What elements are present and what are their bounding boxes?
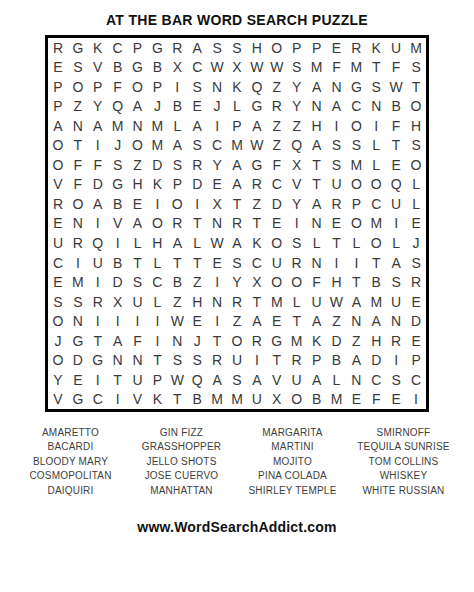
grid-cell-r3c17: S [366, 77, 386, 97]
grid-cell-r17c2: D [68, 350, 88, 370]
grid-cell-r2c11: W [247, 58, 267, 78]
grid-cell-r1c6: G [147, 38, 167, 58]
grid-cell-r4c10: L [227, 97, 247, 117]
grid-cell-r7c10: A [227, 155, 247, 175]
grid-cell-r2c4: B [108, 58, 128, 78]
grid-cell-r7c3: F [88, 155, 108, 175]
grid-cell-r13c5: S [128, 272, 148, 292]
grid-cell-r6c17: L [366, 136, 386, 156]
grid-cell-r11c12: O [267, 233, 287, 253]
grid-cell-r3c6: P [147, 77, 167, 97]
grid-cell-r14c19: E [406, 292, 426, 312]
grid-cell-r11c14: L [307, 233, 327, 253]
word-item: JOSE CUERVO [126, 469, 237, 483]
grid-cell-r19c6: K [147, 389, 167, 409]
grid-cell-r5c10: P [227, 116, 247, 136]
grid-cell-r14c5: U [128, 292, 148, 312]
grid-cell-r7c19: O [406, 155, 426, 175]
grid-cell-r2c2: S [68, 58, 88, 78]
grid-cell-r11c5: L [128, 233, 148, 253]
grid-cell-r5c17: I [366, 116, 386, 136]
grid-cell-r17c17: D [366, 350, 386, 370]
grid-cell-r5c6: M [147, 116, 167, 136]
grid-cell-r9c18: U [386, 194, 406, 214]
grid-cell-r15c6: I [147, 311, 167, 331]
grid-cell-r12c9: E [207, 253, 227, 273]
grid-cell-r11c16: L [346, 233, 366, 253]
grid-cell-r3c4: F [108, 77, 128, 97]
grid-cell-r7c17: L [366, 155, 386, 175]
grid-cell-r1c9: S [207, 38, 227, 58]
grid-cell-r12c7: T [167, 253, 187, 273]
grid-cell-r18c13: U [287, 370, 307, 390]
grid-cell-r10c6: O [147, 214, 167, 234]
grid-cell-r3c18: W [386, 77, 406, 97]
grid-cell-r18c17: C [366, 370, 386, 390]
grid-cell-r7c14: T [307, 155, 327, 175]
grid-cell-r19c11: U [247, 389, 267, 409]
grid-cell-r13c6: C [147, 272, 167, 292]
grid-cell-r16c6: I [147, 331, 167, 351]
grid-cell-r13c3: I [88, 272, 108, 292]
grid-cell-r18c11: A [247, 370, 267, 390]
grid-cell-r2c7: X [167, 58, 187, 78]
grid-cell-r1c17: K [366, 38, 386, 58]
grid-cell-r9c2: O [68, 194, 88, 214]
grid-cell-r19c13: O [287, 389, 307, 409]
grid-cell-r10c17: M [366, 214, 386, 234]
grid-cell-r10c18: I [386, 214, 406, 234]
grid-cell-r9c9: X [207, 194, 227, 214]
grid-cell-r7c2: F [68, 155, 88, 175]
grid-cell-r9c13: Y [287, 194, 307, 214]
grid-cell-r13c4: D [108, 272, 128, 292]
grid-cell-r13c9: I [207, 272, 227, 292]
grid-cell-r11c6: H [147, 233, 167, 253]
grid-cell-r18c18: S [386, 370, 406, 390]
grid-cell-r16c18: R [386, 331, 406, 351]
grid-cell-r5c12: Z [267, 116, 287, 136]
grid-cell-r8c2: F [68, 175, 88, 195]
grid-cell-r3c2: O [68, 77, 88, 97]
grid-cell-r18c5: U [128, 370, 148, 390]
grid-cell-r19c3: C [88, 389, 108, 409]
grid-cell-r15c12: E [267, 311, 287, 331]
grid-cell-r15c3: I [88, 311, 108, 331]
word-list-column-4: SMIRNOFFTEQUILA SUNRISETOM COLLINSWHISKE… [348, 426, 459, 498]
grid-cell-r3c13: Y [287, 77, 307, 97]
grid-cell-r19c7: T [167, 389, 187, 409]
grid-cell-r8c8: D [187, 175, 207, 195]
grid-cell-r16c12: G [267, 331, 287, 351]
grid-cell-r13c14: F [307, 272, 327, 292]
grid-cell-r2c15: F [327, 58, 347, 78]
grid-cell-r15c10: Z [227, 311, 247, 331]
grid-cell-r13c19: R [406, 272, 426, 292]
grid-cell-r5c13: Z [287, 116, 307, 136]
grid-cell-r5c15: I [327, 116, 347, 136]
grid-cell-r9c6: I [147, 194, 167, 214]
grid-cell-r15c19: D [406, 311, 426, 331]
grid-cell-r11c19: J [406, 233, 426, 253]
grid-cell-r8c9: E [207, 175, 227, 195]
grid-cell-r9c14: A [307, 194, 327, 214]
grid-cell-r12c6: L [147, 253, 167, 273]
grid-cell-r1c5: P [128, 38, 148, 58]
grid-cell-r11c9: W [207, 233, 227, 253]
grid-cell-r3c15: N [327, 77, 347, 97]
grid-cell-r11c3: Q [88, 233, 108, 253]
grid-cell-r5c5: N [128, 116, 148, 136]
word-item: MOJITO [237, 455, 348, 469]
grid-cell-r4c7: B [167, 97, 187, 117]
grid-cell-r16c5: F [128, 331, 148, 351]
grid-cell-r10c4: V [108, 214, 128, 234]
grid-cell-r19c16: E [346, 389, 366, 409]
grid-cell-r9c10: T [227, 194, 247, 214]
grid-cell-r1c1: R [48, 38, 68, 58]
grid-cell-r9c16: P [346, 194, 366, 214]
grid-cell-r1c18: U [386, 38, 406, 58]
grid-cell-r8c19: L [406, 175, 426, 195]
grid-cell-r1c11: H [247, 38, 267, 58]
grid-cell-r17c3: G [88, 350, 108, 370]
grid-cell-r2c5: G [128, 58, 148, 78]
grid-cell-r17c1: O [48, 350, 68, 370]
grid-cell-r6c14: A [307, 136, 327, 156]
grid-cell-r17c13: R [287, 350, 307, 370]
word-list-column-2: GIN FIZZGRASSHOPPERJELLO SHOTSJOSE CUERV… [126, 426, 237, 498]
grid-cell-r3c11: Q [247, 77, 267, 97]
word-item: SMIRNOFF [348, 426, 459, 440]
word-item: MARTINI [237, 440, 348, 454]
word-item: SHIRLEY TEMPLE [237, 484, 348, 498]
grid-cell-r13c17: B [366, 272, 386, 292]
grid-cell-r3c1: P [48, 77, 68, 97]
grid-cell-r6c2: T [68, 136, 88, 156]
grid-cell-r16c4: A [108, 331, 128, 351]
grid-cell-r18c7: W [167, 370, 187, 390]
grid-cell-r8c13: V [287, 175, 307, 195]
grid-cell-r13c16: T [346, 272, 366, 292]
grid-cell-r13c13: O [287, 272, 307, 292]
grid-cell-r6c7: A [167, 136, 187, 156]
grid-cell-r2c8: C [187, 58, 207, 78]
grid-cell-r10c7: R [167, 214, 187, 234]
grid-cell-r3c5: O [128, 77, 148, 97]
grid-cell-r4c19: O [406, 97, 426, 117]
word-list-column-3: MARGARITAMARTINIMOJITOPINA COLADASHIRLEY… [237, 426, 348, 498]
grid-cell-r4c3: Y [88, 97, 108, 117]
grid-cell-r19c15: M [327, 389, 347, 409]
grid-cell-r10c10: R [227, 214, 247, 234]
grid-cell-r17c7: S [167, 350, 187, 370]
grid-cell-r17c10: U [227, 350, 247, 370]
grid-cell-r18c9: A [207, 370, 227, 390]
grid-cell-r1c10: S [227, 38, 247, 58]
grid-cell-r2c10: X [227, 58, 247, 78]
grid-cell-r10c15: E [327, 214, 347, 234]
grid-cell-r11c17: O [366, 233, 386, 253]
grid-cell-r13c18: S [386, 272, 406, 292]
grid-cell-r7c12: F [267, 155, 287, 175]
grid-cell-r13c7: B [167, 272, 187, 292]
grid-cell-r16c19: E [406, 331, 426, 351]
grid-cell-r14c4: X [108, 292, 128, 312]
grid-cell-r14c14: U [307, 292, 327, 312]
grid-cell-r16c2: G [68, 331, 88, 351]
grid-cell-r6c19: S [406, 136, 426, 156]
grid-cell-r3c12: Z [267, 77, 287, 97]
grid-cell-r13c15: H [327, 272, 347, 292]
grid-cell-r17c11: I [247, 350, 267, 370]
grid-cell-r16c9: T [207, 331, 227, 351]
grid-cell-r4c5: A [128, 97, 148, 117]
grid-cell-r8c6: K [147, 175, 167, 195]
grid-cell-r14c8: H [187, 292, 207, 312]
grid-cell-r12c2: I [68, 253, 88, 273]
grid-cell-r17c14: P [307, 350, 327, 370]
grid-cell-r8c17: O [366, 175, 386, 195]
grid-cell-r8c1: V [48, 175, 68, 195]
grid-cell-r2c14: M [307, 58, 327, 78]
grid-cell-r12c8: T [187, 253, 207, 273]
grid-cell-r17c18: I [386, 350, 406, 370]
grid-cell-r14c9: N [207, 292, 227, 312]
grid-cell-r16c14: K [307, 331, 327, 351]
grid-cell-r10c2: N [68, 214, 88, 234]
grid-cell-r2c18: F [386, 58, 406, 78]
grid-cell-r1c13: P [287, 38, 307, 58]
grid-cell-r14c2: S [68, 292, 88, 312]
grid-cell-r15c2: N [68, 311, 88, 331]
grid-cell-r11c15: T [327, 233, 347, 253]
grid-cell-r16c3: T [88, 331, 108, 351]
grid-cell-r19c1: V [48, 389, 68, 409]
grid-cell-r8c10: A [227, 175, 247, 195]
grid-cell-r19c9: M [207, 389, 227, 409]
grid-cell-r7c1: O [48, 155, 68, 175]
grid-cell-r4c12: R [267, 97, 287, 117]
word-item: PINA COLADA [237, 469, 348, 483]
grid-cell-r15c18: N [386, 311, 406, 331]
grid-cell-r10c5: A [128, 214, 148, 234]
grid-cell-r5c19: H [406, 116, 426, 136]
grid-cell-r4c16: C [346, 97, 366, 117]
word-item: BACARDI [15, 440, 126, 454]
grid-cell-r17c12: T [267, 350, 287, 370]
grid-cell-r5c7: L [167, 116, 187, 136]
grid-cell-r19c10: M [227, 389, 247, 409]
grid-cell-r19c2: G [68, 389, 88, 409]
grid-cell-r16c11: R [247, 331, 267, 351]
puzzle-page: AT THE BAR WORD SEARCH PUZZLE RGKCPGRASS… [0, 0, 474, 592]
grid-cell-r17c15: B [327, 350, 347, 370]
grid-cell-r9c19: L [406, 194, 426, 214]
grid-cell-r9c4: B [108, 194, 128, 214]
grid-cell-r2c17: T [366, 58, 386, 78]
grid-cell-r14c18: U [386, 292, 406, 312]
word-item: DAIQUIRI [15, 484, 126, 498]
grid-cell-r1c16: R [346, 38, 366, 58]
grid-cell-r16c1: J [48, 331, 68, 351]
word-item: TOM COLLINS [348, 455, 459, 469]
grid-cell-r9c11: Z [247, 194, 267, 214]
grid-cell-r19c4: I [108, 389, 128, 409]
grid-cell-r8c12: C [267, 175, 287, 195]
word-item: MARGARITA [237, 426, 348, 440]
grid-cell-r8c14: T [307, 175, 327, 195]
grid-cell-r4c4: Q [108, 97, 128, 117]
grid-cell-r15c9: I [207, 311, 227, 331]
grid-cell-r5c18: F [386, 116, 406, 136]
grid-cell-r10c16: O [346, 214, 366, 234]
grid-cell-r6c13: Q [287, 136, 307, 156]
word-item: GRASSHOPPER [126, 440, 237, 454]
grid-cell-r14c15: W [327, 292, 347, 312]
grid-cell-r2c3: V [88, 58, 108, 78]
grid-cell-r1c7: R [167, 38, 187, 58]
grid-cell-r19c18: E [386, 389, 406, 409]
word-item: AMARETTO [15, 426, 126, 440]
grid-cell-r5c2: N [68, 116, 88, 136]
word-item: GIN FIZZ [126, 426, 237, 440]
grid-cell-r1c19: M [406, 38, 426, 58]
grid-cell-r4c1: P [48, 97, 68, 117]
grid-cell-r15c13: T [287, 311, 307, 331]
grid-cell-r13c10: Y [227, 272, 247, 292]
grid-cell-r3c3: P [88, 77, 108, 97]
grid-cell-r16c15: D [327, 331, 347, 351]
grid-cell-r18c6: P [147, 370, 167, 390]
grid-cell-r6c11: W [247, 136, 267, 156]
grid-cell-r6c4: J [108, 136, 128, 156]
grid-cell-r19c8: B [187, 389, 207, 409]
word-item: JELLO SHOTS [126, 455, 237, 469]
grid-cell-r14c6: L [147, 292, 167, 312]
grid-cell-r14c1: S [48, 292, 68, 312]
grid-cell-r3c19: T [406, 77, 426, 97]
grid-cell-r17c4: N [108, 350, 128, 370]
grid-cell-r18c3: I [88, 370, 108, 390]
grid-cell-r14c11: T [247, 292, 267, 312]
grid-cell-r6c16: S [346, 136, 366, 156]
grid-cell-r10c9: N [207, 214, 227, 234]
grid-cell-r4c2: Z [68, 97, 88, 117]
grid-cell-r7c5: Z [128, 155, 148, 175]
grid-cell-r15c5: I [128, 311, 148, 331]
puzzle-title: AT THE BAR WORD SEARCH PUZZLE [0, 0, 474, 28]
grid-cell-r16c13: M [287, 331, 307, 351]
grid-cell-r14c10: R [227, 292, 247, 312]
grid-cell-r4c6: J [147, 97, 167, 117]
grid-cell-r7c16: M [346, 155, 366, 175]
grid-cell-r8c16: O [346, 175, 366, 195]
grid-cell-r11c10: A [227, 233, 247, 253]
grid-cell-r12c18: A [386, 253, 406, 273]
grid-cell-r19c14: B [307, 389, 327, 409]
grid-cell-r10c13: I [287, 214, 307, 234]
grid-cell-r4c15: A [327, 97, 347, 117]
grid-cell-r5c3: A [88, 116, 108, 136]
grid-cell-r18c12: V [267, 370, 287, 390]
grid-cell-r5c11: A [247, 116, 267, 136]
grid-cell-r12c17: T [366, 253, 386, 273]
grid-cell-r6c12: Z [267, 136, 287, 156]
grid-cell-r11c7: A [167, 233, 187, 253]
grid-cell-r3c10: K [227, 77, 247, 97]
grid-cell-r6c10: M [227, 136, 247, 156]
grid-cell-r13c8: Z [187, 272, 207, 292]
grid-cell-r9c7: O [167, 194, 187, 214]
grid-cell-r9c3: A [88, 194, 108, 214]
grid-cell-r8c4: G [108, 175, 128, 195]
site-url: www.WordSearchAddict.com [0, 519, 474, 535]
grid-cell-r2c6: B [147, 58, 167, 78]
grid-cell-r8c5: H [128, 175, 148, 195]
grid-cell-r2c13: S [287, 58, 307, 78]
grid-cell-r15c4: I [108, 311, 128, 331]
grid-cell-r13c2: M [68, 272, 88, 292]
grid-cell-r9c15: R [327, 194, 347, 214]
grid-cell-r6c6: M [147, 136, 167, 156]
grid-cell-r16c17: H [366, 331, 386, 351]
word-item: WHISKEY [348, 469, 459, 483]
grid-cell-r12c19: S [406, 253, 426, 273]
grid-cell-r4c8: E [187, 97, 207, 117]
grid-cell-r17c16: A [346, 350, 366, 370]
grid-cell-r1c2: G [68, 38, 88, 58]
grid-cell-r12c15: I [327, 253, 347, 273]
grid-cell-r6c15: S [327, 136, 347, 156]
grid-cell-r17c8: S [187, 350, 207, 370]
grid-cell-r15c14: A [307, 311, 327, 331]
grid-cell-r3c9: N [207, 77, 227, 97]
grid-cell-r19c5: V [128, 389, 148, 409]
grid-cell-r9c12: D [267, 194, 287, 214]
grid-cell-r1c14: P [307, 38, 327, 58]
grid-cell-r11c2: R [68, 233, 88, 253]
grid-cell-r5c16: O [346, 116, 366, 136]
grid-cell-r18c2: E [68, 370, 88, 390]
grid-cell-r9c5: E [128, 194, 148, 214]
grid-cell-r8c18: Q [386, 175, 406, 195]
grid-cell-r2c12: W [267, 58, 287, 78]
grid-cell-r4c11: G [247, 97, 267, 117]
grid-cell-r1c8: A [187, 38, 207, 58]
grid-cell-r18c19: C [406, 370, 426, 390]
grid-cell-r7c6: D [147, 155, 167, 175]
grid-cell-r18c4: T [108, 370, 128, 390]
grid-cell-r14c17: M [366, 292, 386, 312]
grid-cell-r6c1: O [48, 136, 68, 156]
grid-cell-r10c19: E [406, 214, 426, 234]
grid-cell-r10c1: E [48, 214, 68, 234]
grid-cell-r7c9: Y [207, 155, 227, 175]
grid-cell-r8c11: R [247, 175, 267, 195]
grid-cell-r5c4: M [108, 116, 128, 136]
grid-cell-r6c9: C [207, 136, 227, 156]
grid-cell-r1c4: C [108, 38, 128, 58]
grid-cell-r12c1: C [48, 253, 68, 273]
grid-cell-r7c13: X [287, 155, 307, 175]
grid-cell-r10c14: N [307, 214, 327, 234]
grid-cell-r12c11: C [247, 253, 267, 273]
grid-cell-r18c8: Q [187, 370, 207, 390]
grid-cell-r13c12: O [267, 272, 287, 292]
word-item: COSMOPOLITAN [15, 469, 126, 483]
grid-cell-r14c3: R [88, 292, 108, 312]
